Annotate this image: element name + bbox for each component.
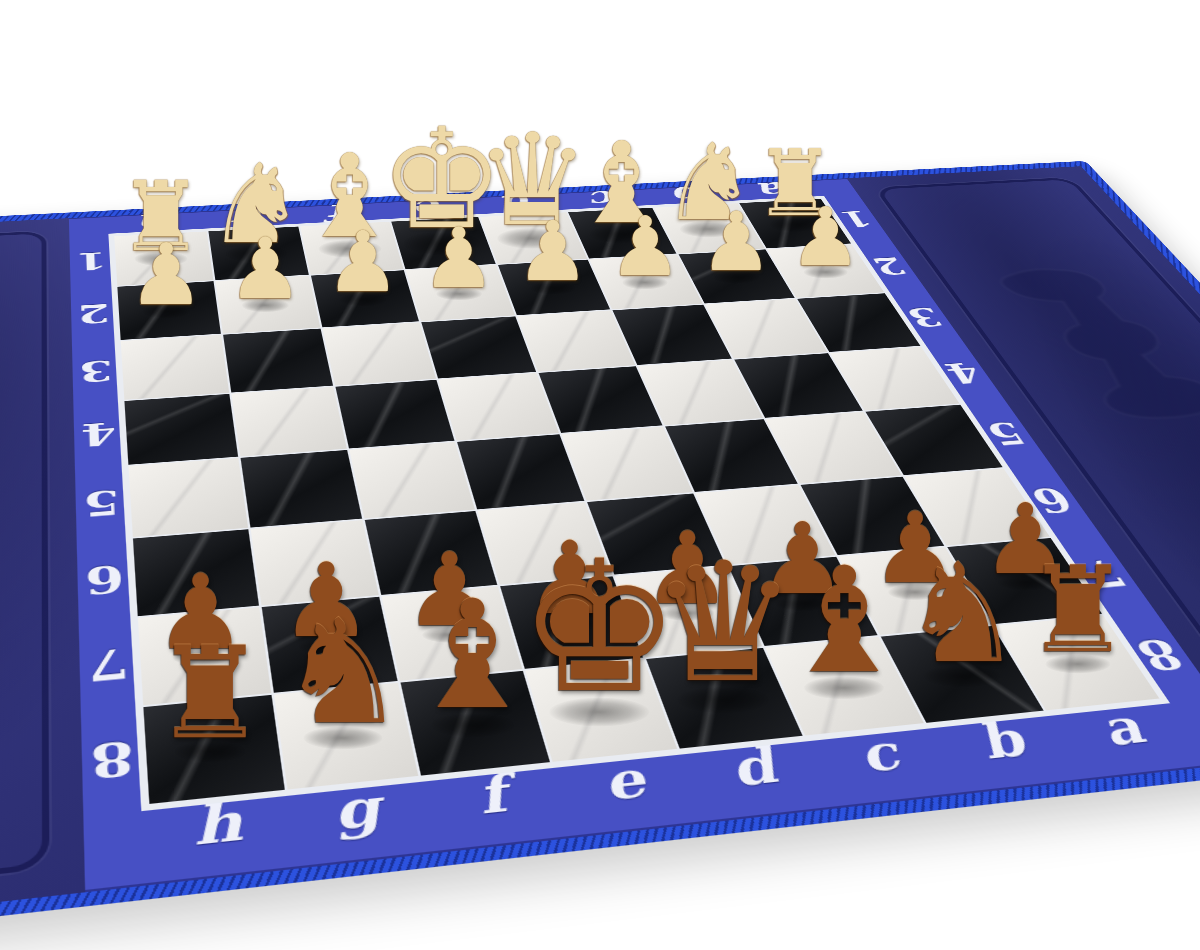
square-g8: [273, 682, 418, 789]
square-g3: [223, 329, 333, 393]
mat-plane: 11hh22gg33ff44ee55dd66cc77bb88aa: [111, 197, 1164, 807]
square-h4: [124, 394, 237, 465]
square-f5: [349, 442, 474, 518]
rank-label-left-5: 5: [82, 485, 121, 521]
rank-label-left-3: 3: [79, 356, 114, 386]
square-h8: [143, 694, 284, 803]
square-e3: [421, 316, 536, 378]
square-f7: [382, 586, 522, 680]
square-h6: [133, 529, 258, 616]
rank-label-left-8: 8: [90, 734, 136, 785]
mat-left-panel: [0, 218, 85, 950]
square-f8: [400, 670, 549, 775]
square-h5: [128, 458, 247, 537]
file-label-bottom-h: h: [191, 796, 245, 853]
square-h3: [121, 335, 229, 400]
rank-label-left-1: 1: [75, 249, 107, 274]
square-f4: [335, 380, 454, 449]
rank-label-left-6: 6: [85, 559, 126, 599]
square-g5: [240, 450, 362, 527]
square-e1: [391, 217, 496, 269]
square-g7: [261, 597, 397, 693]
square-e2: [405, 265, 515, 322]
square-f3: [323, 322, 436, 385]
file-label-bottom-g: g: [329, 782, 384, 838]
square-g4: [231, 387, 347, 457]
file-label-top-h: h: [140, 210, 175, 234]
square-g1: [208, 227, 309, 280]
left-panel-frame: [0, 231, 49, 922]
square-f1: [300, 222, 403, 275]
square-e4: [438, 373, 559, 441]
square-f2: [311, 270, 419, 327]
square-h1: [114, 231, 213, 285]
chess-photo: 11hh22gg33ff44ee55dd66cc77bb88aa ♜♞♝♚♛♝♞…: [0, 0, 1200, 950]
rank-label-left-7: 7: [87, 642, 130, 687]
square-h7: [138, 607, 271, 704]
square-f6: [365, 511, 497, 595]
square-g6: [250, 520, 379, 606]
square-h2: [117, 281, 220, 340]
square-g2: [215, 275, 320, 333]
file-label-top-g: g: [233, 205, 268, 229]
rank-label-left-4: 4: [80, 418, 117, 451]
rank-label-left-2: 2: [77, 300, 111, 327]
